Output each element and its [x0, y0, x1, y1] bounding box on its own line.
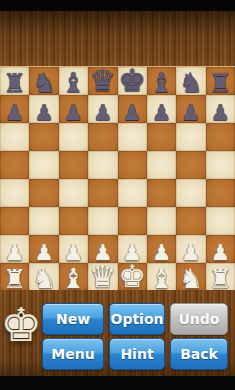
square-h4[interactable]	[206, 179, 235, 207]
undo-button[interactable]: Undo	[170, 303, 228, 335]
piece-black-pawn[interactable]: ♟	[152, 102, 172, 124]
square-c5[interactable]	[59, 151, 88, 179]
square-f2[interactable]: ♟	[147, 235, 176, 263]
piece-white-bishop[interactable]: ♝	[61, 265, 85, 292]
piece-white-pawn[interactable]: ♟	[5, 242, 25, 264]
square-b6[interactable]	[29, 123, 58, 151]
square-h8[interactable]: ♜	[206, 67, 235, 95]
square-b4[interactable]	[29, 179, 58, 207]
piece-white-pawn[interactable]: ♟	[64, 242, 84, 264]
square-f5[interactable]	[147, 151, 176, 179]
square-h1[interactable]: ♜	[206, 263, 235, 291]
square-e6[interactable]	[118, 123, 147, 151]
piece-black-bishop[interactable]: ♝	[61, 69, 85, 96]
square-b5[interactable]	[29, 151, 58, 179]
control-panel: ♚ New Option Undo Menu Hint Back	[0, 290, 235, 376]
back-button[interactable]: Back	[170, 338, 228, 370]
piece-black-pawn[interactable]: ♟	[122, 102, 142, 124]
square-e4[interactable]	[118, 179, 147, 207]
piece-black-knight[interactable]: ♞	[32, 69, 56, 96]
top-black-bar	[0, 0, 235, 11]
square-b7[interactable]: ♟	[29, 95, 58, 123]
piece-black-rook[interactable]: ♜	[209, 70, 232, 96]
square-h6[interactable]	[206, 123, 235, 151]
chess-board: ♜♞♝♛♚♝♞♜♟♟♟♟♟♟♟♟♟♟♟♟♟♟♟♟♜♞♝♛♚♝♞♜	[0, 66, 235, 293]
square-f6[interactable]	[147, 123, 176, 151]
square-c7[interactable]: ♟	[59, 95, 88, 123]
piece-white-bishop[interactable]: ♝	[149, 265, 173, 292]
white-king-turn-indicator-icon: ♚	[0, 293, 42, 357]
square-d6[interactable]	[88, 123, 117, 151]
square-a5[interactable]	[0, 151, 29, 179]
square-h3[interactable]	[206, 207, 235, 235]
piece-black-bishop[interactable]: ♝	[149, 69, 173, 96]
piece-white-king[interactable]: ♚	[118, 261, 146, 292]
square-c6[interactable]	[59, 123, 88, 151]
piece-black-queen[interactable]: ♛	[89, 66, 116, 96]
piece-white-pawn[interactable]: ♟	[34, 242, 54, 264]
piece-black-pawn[interactable]: ♟	[34, 102, 54, 124]
button-grid: New Option Undo Menu Hint Back	[42, 303, 232, 370]
square-g6[interactable]	[176, 123, 205, 151]
square-h5[interactable]	[206, 151, 235, 179]
square-e8[interactable]: ♚	[118, 67, 147, 95]
menu-button[interactable]: Menu	[42, 338, 104, 370]
square-g1[interactable]: ♞	[176, 263, 205, 291]
square-f3[interactable]	[147, 207, 176, 235]
square-g8[interactable]: ♞	[176, 67, 205, 95]
piece-black-rook[interactable]: ♜	[3, 70, 26, 96]
hint-button[interactable]: Hint	[109, 338, 165, 370]
square-g4[interactable]	[176, 179, 205, 207]
square-g7[interactable]: ♟	[176, 95, 205, 123]
square-c3[interactable]	[59, 207, 88, 235]
square-d3[interactable]	[88, 207, 117, 235]
piece-white-pawn[interactable]: ♟	[210, 242, 230, 264]
square-d1[interactable]: ♛	[88, 263, 117, 291]
square-e3[interactable]	[118, 207, 147, 235]
square-e1[interactable]: ♚	[118, 263, 147, 291]
piece-white-pawn[interactable]: ♟	[152, 242, 172, 264]
square-h7[interactable]: ♟	[206, 95, 235, 123]
square-b8[interactable]: ♞	[29, 67, 58, 95]
square-a1[interactable]: ♜	[0, 263, 29, 291]
chess-app-screen: ♜♞♝♛♚♝♞♜♟♟♟♟♟♟♟♟♟♟♟♟♟♟♟♟♜♞♝♛♚♝♞♜ ♚ New O…	[0, 0, 235, 390]
square-c2[interactable]: ♟	[59, 235, 88, 263]
option-button[interactable]: Option	[109, 303, 165, 335]
square-c1[interactable]: ♝	[59, 263, 88, 291]
piece-black-king[interactable]: ♚	[118, 65, 146, 96]
square-g3[interactable]	[176, 207, 205, 235]
square-d8[interactable]: ♛	[88, 67, 117, 95]
piece-white-knight[interactable]: ♞	[32, 265, 56, 292]
square-h2[interactable]: ♟	[206, 235, 235, 263]
square-b1[interactable]: ♞	[29, 263, 58, 291]
square-f1[interactable]: ♝	[147, 263, 176, 291]
piece-white-knight[interactable]: ♞	[179, 265, 203, 292]
square-d4[interactable]	[88, 179, 117, 207]
piece-black-pawn[interactable]: ♟	[64, 102, 84, 124]
square-d5[interactable]	[88, 151, 117, 179]
piece-black-pawn[interactable]: ♟	[210, 102, 230, 124]
square-d7[interactable]: ♟	[88, 95, 117, 123]
piece-black-pawn[interactable]: ♟	[93, 102, 113, 124]
square-f7[interactable]: ♟	[147, 95, 176, 123]
new-button[interactable]: New	[42, 303, 104, 335]
piece-white-rook[interactable]: ♜	[209, 266, 232, 292]
square-b3[interactable]	[29, 207, 58, 235]
square-a3[interactable]	[0, 207, 29, 235]
square-g5[interactable]	[176, 151, 205, 179]
square-g2[interactable]: ♟	[176, 235, 205, 263]
square-a4[interactable]	[0, 179, 29, 207]
piece-white-queen[interactable]: ♛	[89, 262, 116, 292]
piece-black-knight[interactable]: ♞	[179, 69, 203, 96]
square-a2[interactable]: ♟	[0, 235, 29, 263]
square-a8[interactable]: ♜	[0, 67, 29, 95]
piece-black-pawn[interactable]: ♟	[5, 102, 25, 124]
square-a7[interactable]: ♟	[0, 95, 29, 123]
square-c4[interactable]	[59, 179, 88, 207]
bottom-black-bar	[0, 376, 235, 390]
piece-white-rook[interactable]: ♜	[3, 266, 26, 292]
square-e7[interactable]: ♟	[118, 95, 147, 123]
square-e5[interactable]	[118, 151, 147, 179]
piece-white-pawn[interactable]: ♟	[181, 242, 201, 264]
wood-background-top	[0, 11, 235, 66]
square-f8[interactable]: ♝	[147, 67, 176, 95]
square-b2[interactable]: ♟	[29, 235, 58, 263]
square-c8[interactable]: ♝	[59, 67, 88, 95]
piece-black-pawn[interactable]: ♟	[181, 102, 201, 124]
square-a6[interactable]	[0, 123, 29, 151]
square-f4[interactable]	[147, 179, 176, 207]
